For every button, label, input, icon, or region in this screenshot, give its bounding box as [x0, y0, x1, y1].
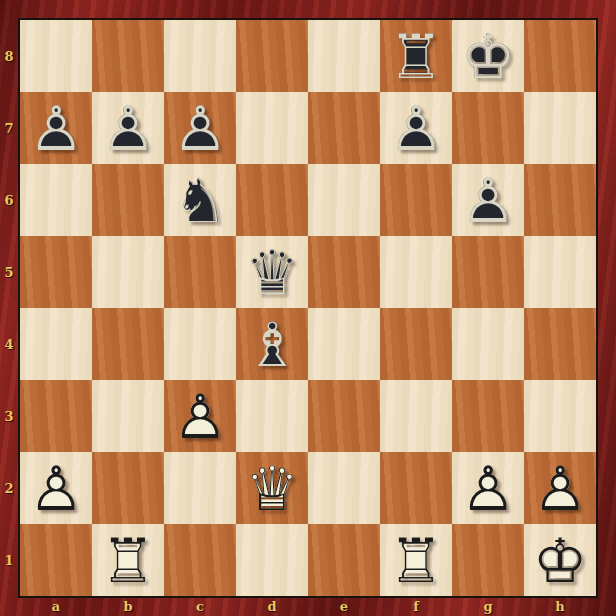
pawn-outline-icon: ♙: [164, 92, 236, 164]
file-label-g: g: [452, 596, 524, 616]
square-c7[interactable]: ♟♙: [164, 92, 236, 164]
square-h4[interactable]: [524, 308, 596, 380]
white-pawn-piece[interactable]: ♟♙: [164, 380, 236, 452]
white-pawn-piece[interactable]: ♟♙: [524, 452, 596, 524]
rank-label-6: 6: [0, 164, 18, 236]
square-f8[interactable]: ♜♖: [380, 20, 452, 92]
black-king-piece[interactable]: ♚♔: [452, 20, 524, 92]
queen-icon: ♛: [236, 452, 308, 524]
square-f7[interactable]: ♟♙: [380, 92, 452, 164]
white-rook-piece[interactable]: ♜♖: [92, 524, 164, 596]
file-label-a: a: [20, 596, 92, 616]
square-a3[interactable]: [20, 380, 92, 452]
pawn-outline-icon: ♙: [380, 92, 452, 164]
square-g8[interactable]: ♚♔: [452, 20, 524, 92]
rank-label-8: 8: [0, 20, 18, 92]
rank-label-2: 2: [0, 452, 18, 524]
file-label-e: e: [308, 596, 380, 616]
square-e6[interactable]: [308, 164, 380, 236]
black-queen-piece[interactable]: ♛♕: [236, 236, 308, 308]
bishop-icon: ♝: [236, 308, 308, 380]
black-pawn-piece[interactable]: ♟♙: [20, 92, 92, 164]
square-g3[interactable]: [452, 380, 524, 452]
square-h1[interactable]: ♚♔: [524, 524, 596, 596]
pawn-outline-icon: ♙: [92, 92, 164, 164]
queen-outline-icon: ♕: [236, 236, 308, 308]
rook-icon: ♜: [380, 524, 452, 596]
white-king-piece[interactable]: ♚♔: [524, 524, 596, 596]
pawn-icon: ♟: [524, 452, 596, 524]
rank-labels: 87654321: [0, 20, 18, 596]
file-labels: abcdefgh: [20, 596, 596, 616]
square-a2[interactable]: ♟♙: [20, 452, 92, 524]
pawn-icon: ♟: [92, 92, 164, 164]
file-label-d: d: [236, 596, 308, 616]
square-c1[interactable]: [164, 524, 236, 596]
black-pawn-piece[interactable]: ♟♙: [380, 92, 452, 164]
square-f1[interactable]: ♜♖: [380, 524, 452, 596]
square-a8[interactable]: [20, 20, 92, 92]
queen-outline-icon: ♕: [236, 452, 308, 524]
square-d6[interactable]: [236, 164, 308, 236]
pawn-icon: ♟: [380, 92, 452, 164]
square-h6[interactable]: [524, 164, 596, 236]
square-g1[interactable]: [452, 524, 524, 596]
pawn-outline-icon: ♙: [452, 452, 524, 524]
black-pawn-piece[interactable]: ♟♙: [92, 92, 164, 164]
black-pawn-piece[interactable]: ♟♙: [452, 164, 524, 236]
white-rook-piece[interactable]: ♜♖: [380, 524, 452, 596]
rook-icon: ♜: [92, 524, 164, 596]
square-d5[interactable]: ♛♕: [236, 236, 308, 308]
square-h5[interactable]: [524, 236, 596, 308]
pawn-icon: ♟: [164, 380, 236, 452]
rank-label-3: 3: [0, 380, 18, 452]
square-a4[interactable]: [20, 308, 92, 380]
square-c4[interactable]: [164, 308, 236, 380]
square-g7[interactable]: [452, 92, 524, 164]
pawn-outline-icon: ♙: [452, 164, 524, 236]
white-pawn-piece[interactable]: ♟♙: [452, 452, 524, 524]
square-b6[interactable]: [92, 164, 164, 236]
square-e3[interactable]: [308, 380, 380, 452]
pawn-icon: ♟: [452, 164, 524, 236]
square-e8[interactable]: [308, 20, 380, 92]
square-c5[interactable]: [164, 236, 236, 308]
board-frame: 87654321 abcdefgh ♜♖♚♔♟♙♟♙♟♙♟♙♞♘♟♙♛♕♝♗♟♙…: [0, 0, 616, 616]
square-c8[interactable]: [164, 20, 236, 92]
pawn-icon: ♟: [452, 452, 524, 524]
file-label-c: c: [164, 596, 236, 616]
square-d3[interactable]: [236, 380, 308, 452]
square-g5[interactable]: [452, 236, 524, 308]
king-outline-icon: ♔: [524, 524, 596, 596]
square-g2[interactable]: ♟♙: [452, 452, 524, 524]
pawn-outline-icon: ♙: [20, 92, 92, 164]
square-d8[interactable]: [236, 20, 308, 92]
king-outline-icon: ♔: [452, 20, 524, 92]
file-label-b: b: [92, 596, 164, 616]
square-g6[interactable]: ♟♙: [452, 164, 524, 236]
pawn-icon: ♟: [20, 92, 92, 164]
queen-icon: ♛: [236, 236, 308, 308]
chess-board: ♜♖♚♔♟♙♟♙♟♙♟♙♞♘♟♙♛♕♝♗♟♙♟♙♛♕♟♙♟♙♜♖♜♖♚♔: [20, 20, 596, 596]
pawn-outline-icon: ♙: [164, 380, 236, 452]
king-icon: ♚: [452, 20, 524, 92]
square-f5[interactable]: [380, 236, 452, 308]
square-a6[interactable]: [20, 164, 92, 236]
square-f4[interactable]: [380, 308, 452, 380]
square-b1[interactable]: ♜♖: [92, 524, 164, 596]
square-b7[interactable]: ♟♙: [92, 92, 164, 164]
rank-label-5: 5: [0, 236, 18, 308]
square-e5[interactable]: [308, 236, 380, 308]
knight-outline-icon: ♘: [164, 164, 236, 236]
file-label-h: h: [524, 596, 596, 616]
square-d2[interactable]: ♛♕: [236, 452, 308, 524]
pawn-outline-icon: ♙: [20, 452, 92, 524]
rook-outline-icon: ♖: [380, 20, 452, 92]
square-h3[interactable]: [524, 380, 596, 452]
pawn-outline-icon: ♙: [524, 452, 596, 524]
square-f2[interactable]: [380, 452, 452, 524]
square-e4[interactable]: [308, 308, 380, 380]
square-c2[interactable]: [164, 452, 236, 524]
knight-icon: ♞: [164, 164, 236, 236]
square-h7[interactable]: [524, 92, 596, 164]
rook-icon: ♜: [380, 20, 452, 92]
square-d7[interactable]: [236, 92, 308, 164]
bishop-outline-icon: ♗: [236, 308, 308, 380]
square-e7[interactable]: [308, 92, 380, 164]
square-d1[interactable]: [236, 524, 308, 596]
square-c6[interactable]: ♞♘: [164, 164, 236, 236]
black-bishop-piece[interactable]: ♝♗: [236, 308, 308, 380]
pawn-icon: ♟: [164, 92, 236, 164]
square-b3[interactable]: [92, 380, 164, 452]
square-b5[interactable]: [92, 236, 164, 308]
square-h2[interactable]: ♟♙: [524, 452, 596, 524]
square-a1[interactable]: [20, 524, 92, 596]
square-a7[interactable]: ♟♙: [20, 92, 92, 164]
square-b8[interactable]: [92, 20, 164, 92]
square-d4[interactable]: ♝♗: [236, 308, 308, 380]
square-e1[interactable]: [308, 524, 380, 596]
rank-label-1: 1: [0, 524, 18, 596]
square-h8[interactable]: [524, 20, 596, 92]
black-knight-piece[interactable]: ♞♘: [164, 164, 236, 236]
square-a5[interactable]: [20, 236, 92, 308]
square-b2[interactable]: [92, 452, 164, 524]
square-b4[interactable]: [92, 308, 164, 380]
rank-label-7: 7: [0, 92, 18, 164]
king-icon: ♚: [524, 524, 596, 596]
square-c3[interactable]: ♟♙: [164, 380, 236, 452]
square-e2[interactable]: [308, 452, 380, 524]
square-f6[interactable]: [380, 164, 452, 236]
rook-outline-icon: ♖: [92, 524, 164, 596]
white-pawn-piece[interactable]: ♟♙: [20, 452, 92, 524]
white-queen-piece[interactable]: ♛♕: [236, 452, 308, 524]
file-label-f: f: [380, 596, 452, 616]
black-rook-piece[interactable]: ♜♖: [380, 20, 452, 92]
rook-outline-icon: ♖: [380, 524, 452, 596]
board-border: ♜♖♚♔♟♙♟♙♟♙♟♙♞♘♟♙♛♕♝♗♟♙♟♙♛♕♟♙♟♙♜♖♜♖♚♔: [18, 18, 598, 598]
square-g4[interactable]: [452, 308, 524, 380]
black-pawn-piece[interactable]: ♟♙: [164, 92, 236, 164]
rank-label-4: 4: [0, 308, 18, 380]
pawn-icon: ♟: [20, 452, 92, 524]
square-f3[interactable]: [380, 380, 452, 452]
